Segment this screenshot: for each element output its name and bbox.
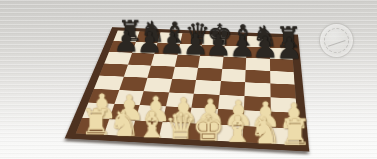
square-g6 (246, 58, 270, 71)
square-f3 (218, 95, 245, 111)
square-d3 (165, 92, 193, 107)
piece-anchor-b8: ♞ (142, 35, 167, 46)
square-e4 (194, 80, 221, 95)
piece-anchor-g7: ♟ (254, 50, 278, 62)
square-c7 (154, 43, 179, 55)
black-pawn-e7: ♟ (205, 31, 231, 60)
piece-anchor-a1: ♜ (83, 123, 116, 141)
square-h5 (270, 71, 295, 85)
product-photo: ♜♞♝♛♚♝♞♜♟♟♟♟♟♟♟♟♟♟♟♟♟♟♟♟♜♞♝♛♚♝♞♜ (0, 0, 377, 159)
black-pawn-g7: ♟ (252, 33, 279, 63)
square-g4 (244, 82, 270, 97)
square-d7 (177, 44, 202, 56)
square-f4 (219, 81, 245, 96)
square-c8 (157, 32, 181, 43)
chessboard: ♜♞♝♛♚♝♞♜♟♟♟♟♟♟♟♟♟♟♟♟♟♟♟♟♜♞♝♛♚♝♞♜ (65, 27, 310, 152)
black-pawn-f7: ♟ (229, 32, 256, 62)
square-h8 (269, 37, 292, 49)
piece-anchor-e8: ♚ (209, 38, 233, 50)
square-b5 (123, 64, 151, 77)
square-g3 (244, 96, 270, 112)
square-g5 (245, 70, 270, 84)
piece-anchor-d8: ♛ (186, 37, 210, 49)
black-pawn-h7: ♟ (276, 34, 303, 64)
piece-anchor-h7: ♟ (277, 51, 301, 64)
square-c3 (140, 91, 169, 106)
square-f6 (222, 57, 246, 70)
square-b6 (128, 53, 155, 66)
square-e7 (200, 45, 224, 57)
black-queen-d8: ♛ (185, 19, 211, 48)
square-f7 (223, 46, 247, 58)
square-g8 (247, 36, 270, 48)
black-knight-g8: ♞ (252, 22, 278, 51)
square-c5 (147, 65, 174, 79)
square-h6 (269, 59, 293, 72)
black-rook-a8: ♜ (118, 17, 143, 45)
watermark-seal (319, 23, 354, 58)
square-f5 (220, 69, 245, 83)
square-a7 (109, 41, 135, 53)
piece-anchor-d7: ♟ (184, 47, 209, 59)
black-pawn-b7: ♟ (136, 28, 162, 57)
piece-anchor-f8: ♝ (231, 39, 254, 51)
square-c4 (144, 78, 172, 92)
square-e6 (198, 56, 223, 69)
square-c6 (151, 54, 177, 67)
square-h3 (270, 97, 297, 113)
square-e5 (196, 67, 222, 81)
square-h4 (270, 83, 296, 98)
piece-anchor-b7: ♟ (138, 46, 164, 58)
black-pawn-d7: ♟ (182, 30, 208, 59)
black-pawn-c7: ♟ (159, 29, 185, 58)
piece-anchor-c7: ♟ (161, 47, 186, 59)
square-e3 (191, 93, 219, 109)
black-pawn-a7: ♟ (113, 27, 139, 56)
black-knight-b8: ♞ (140, 18, 165, 46)
black-king-e8: ♚ (207, 20, 233, 49)
chess-scene: ♜♞♝♛♚♝♞♜♟♟♟♟♟♟♟♟♟♟♟♟♟♟♟♟♜♞♝♛♚♝♞♜ (0, 0, 377, 159)
square-b7 (132, 42, 158, 54)
square-h7 (269, 47, 293, 59)
piece-anchor-f7: ♟ (230, 49, 254, 61)
piece-anchor-g8: ♞ (254, 40, 277, 52)
square-f8 (224, 35, 247, 46)
piece-anchor-e7: ♟ (207, 48, 231, 60)
square-e8 (202, 34, 225, 45)
piece-anchor-c8: ♝ (164, 36, 189, 48)
square-d6 (174, 55, 200, 68)
piece-anchor-a8: ♜ (119, 34, 145, 45)
square-d8 (180, 33, 204, 44)
black-bishop-f8: ♝ (230, 21, 256, 50)
square-b8 (135, 31, 160, 42)
piece-anchor-a7: ♟ (115, 45, 141, 57)
black-rook-h8: ♜ (275, 23, 301, 52)
square-a8 (114, 31, 139, 42)
square-d4 (169, 79, 196, 93)
square-a6 (104, 52, 131, 65)
square-g7 (246, 46, 269, 58)
piece-anchor-h8: ♜ (276, 41, 299, 53)
square-a5 (99, 63, 127, 76)
square-d5 (172, 66, 198, 80)
black-bishop-c8: ♝ (162, 19, 188, 47)
